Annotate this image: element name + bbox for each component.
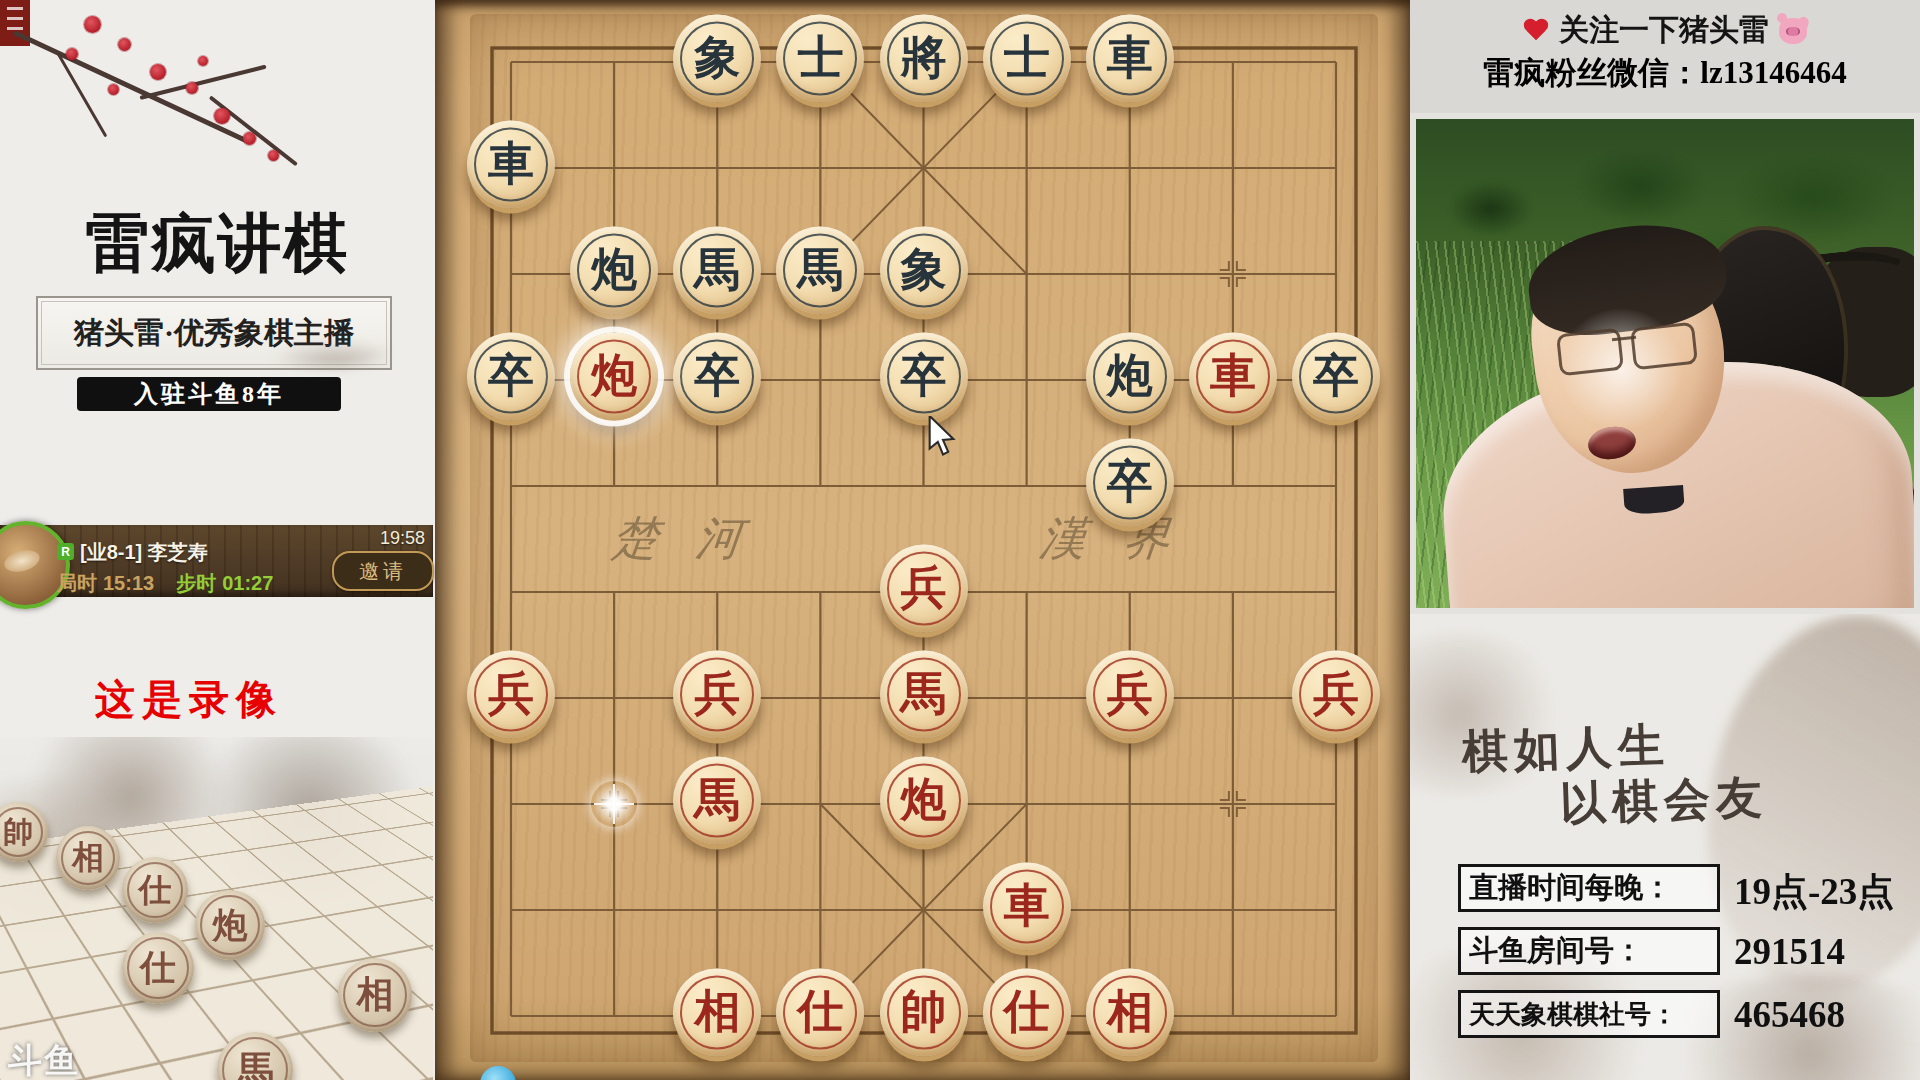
club-number-label: 天天象棋棋社号：: [1469, 997, 1677, 1032]
plum-blossom: [243, 132, 256, 145]
plum-blossom: [84, 16, 101, 33]
piece-black-士-f4r1[interactable]: 士: [776, 14, 864, 102]
piece-red-馬-f3r8[interactable]: 馬: [673, 756, 761, 844]
piece-black-卒-f3r4[interactable]: 卒: [673, 332, 761, 420]
game-time-value: 15:13: [103, 572, 154, 594]
player-name: [业8-1] 李芝寿: [80, 539, 208, 566]
piece-red-兵-f5r6[interactable]: 兵: [880, 544, 968, 632]
piece-black-車-f1r2[interactable]: 車: [467, 120, 555, 208]
game-time-label: 局时: [57, 572, 97, 594]
stream-time-label: 直播时间每晚：: [1469, 868, 1672, 908]
stream-time-value: 19点-23点: [1734, 867, 1894, 917]
glasses-left-lens: [1556, 328, 1624, 376]
room-number-label-box: 斗鱼房间号：: [1458, 927, 1720, 975]
invite-button[interactable]: 邀请: [332, 551, 434, 591]
stream-time-label-box: 直播时间每晚：: [1458, 864, 1720, 912]
room-number-label: 斗鱼房间号：: [1469, 931, 1643, 971]
stream-clock: 19:58: [330, 528, 425, 549]
plum-blossom: [108, 84, 119, 95]
webcam-view: [1410, 113, 1920, 614]
photo-piece-相: 相: [338, 958, 412, 1032]
piece-red-兵-f3r7[interactable]: 兵: [673, 650, 761, 738]
plum-blossom: [66, 48, 78, 60]
douyu-watermark: 斗鱼: [8, 1038, 80, 1080]
piece-red-炮-f2r4[interactable]: 炮: [570, 332, 658, 420]
piece-black-炮-f7r4[interactable]: 炮: [1086, 332, 1174, 420]
photo-piece-仕: 仕: [122, 932, 194, 1004]
club-number-label-box: 天天象棋棋社号：: [1458, 990, 1720, 1038]
plum-blossom: [268, 150, 279, 161]
glasses-right-lens: [1630, 322, 1698, 370]
move-time-label: 步时: [176, 572, 216, 594]
pig-icon: [1779, 18, 1807, 44]
follow-text: 关注一下猪头雷: [1559, 13, 1769, 46]
plum-blossom: [118, 38, 131, 51]
wechat-line: 雷疯粉丝微信：lz13146464: [1410, 52, 1920, 94]
plum-blossom: [150, 64, 166, 80]
channel-title: 雷疯讲棋: [25, 200, 410, 287]
piece-black-卒-f9r4[interactable]: 卒: [1292, 332, 1380, 420]
stream-screen: 雷疯讲棋 猪头雷·优秀象棋主播 入驻斗鱼8年 R [业8-1] 李芝寿 19:5…: [0, 0, 1920, 1080]
river-label-left: 楚河: [609, 508, 784, 570]
piece-red-兵-f9r7[interactable]: 兵: [1292, 650, 1380, 738]
piece-red-相-f3r10[interactable]: 相: [673, 968, 761, 1056]
club-number-value: 465468: [1734, 993, 1845, 1036]
plum-branch: [13, 30, 251, 144]
piece-black-馬-f4r3[interactable]: 馬: [776, 226, 864, 314]
heart-icon: [1523, 19, 1549, 43]
platform-banner: 入驻斗鱼8年: [77, 377, 341, 411]
stream-time-row: 直播时间每晚： 19点-23点: [1458, 864, 1910, 912]
plum-blossom: [214, 108, 230, 124]
piece-red-車-f8r4[interactable]: 車: [1189, 332, 1277, 420]
piece-black-馬-f3r3[interactable]: 馬: [673, 226, 761, 314]
photo-piece-炮: 炮: [195, 890, 265, 960]
timer-row: 局时15:13步时01:27: [57, 570, 279, 597]
piece-red-車-f6r9[interactable]: 車: [983, 862, 1071, 950]
mouse-cursor-icon: [928, 416, 958, 456]
piece-red-炮-f5r8[interactable]: 炮: [880, 756, 968, 844]
piece-red-帥-f5r10[interactable]: 帥: [880, 968, 968, 1056]
rank-badge: R: [57, 543, 74, 560]
piece-black-卒-f5r4[interactable]: 卒: [880, 332, 968, 420]
photo-piece-仕: 仕: [122, 857, 188, 923]
piece-red-相-f7r10[interactable]: 相: [1086, 968, 1174, 1056]
room-number-row: 斗鱼房间号： 291514: [1458, 927, 1910, 975]
plum-blossom: [186, 82, 198, 94]
piece-black-卒-f7r5[interactable]: 卒: [1086, 438, 1174, 526]
piece-black-炮-f2r3[interactable]: 炮: [570, 226, 658, 314]
piece-red-仕-f4r10[interactable]: 仕: [776, 968, 864, 1056]
follow-line: 关注一下猪头雷: [1410, 10, 1920, 51]
piece-red-兵-f1r7[interactable]: 兵: [467, 650, 555, 738]
piece-black-車-f7r1[interactable]: 車: [1086, 14, 1174, 102]
piece-black-卒-f1r4[interactable]: 卒: [467, 332, 555, 420]
piece-red-仕-f6r10[interactable]: 仕: [983, 968, 1071, 1056]
piece-red-馬-f5r7[interactable]: 馬: [880, 650, 968, 738]
piece-black-將-f5r1[interactable]: 將: [880, 14, 968, 102]
move-time-value: 01:27: [222, 572, 273, 594]
board-surface[interactable]: [470, 14, 1378, 1062]
photo-piece-相: 相: [56, 826, 120, 890]
motto-line2: 以棋会友: [1559, 766, 1769, 835]
subtitle-box: 猪头雷·优秀象棋主播: [36, 296, 392, 370]
left-promo-panel: 雷疯讲棋 猪头雷·优秀象棋主播 入驻斗鱼8年 R [业8-1] 李芝寿 19:5…: [0, 0, 435, 1080]
plum-blossom: [198, 56, 208, 66]
piece-black-士-f6r1[interactable]: 士: [983, 14, 1071, 102]
recording-note: 这是录像: [95, 672, 283, 727]
piece-black-象-f3r1[interactable]: 象: [673, 14, 761, 102]
room-number-value: 291514: [1734, 930, 1845, 973]
piece-black-象-f5r3[interactable]: 象: [880, 226, 968, 314]
club-number-row: 天天象棋棋社号： 465468: [1458, 990, 1910, 1038]
move-origin-marker: [591, 781, 637, 827]
piece-red-兵-f7r7[interactable]: 兵: [1086, 650, 1174, 738]
xiangqi-photo: 帥相仕炮仕相馬: [0, 737, 433, 1080]
